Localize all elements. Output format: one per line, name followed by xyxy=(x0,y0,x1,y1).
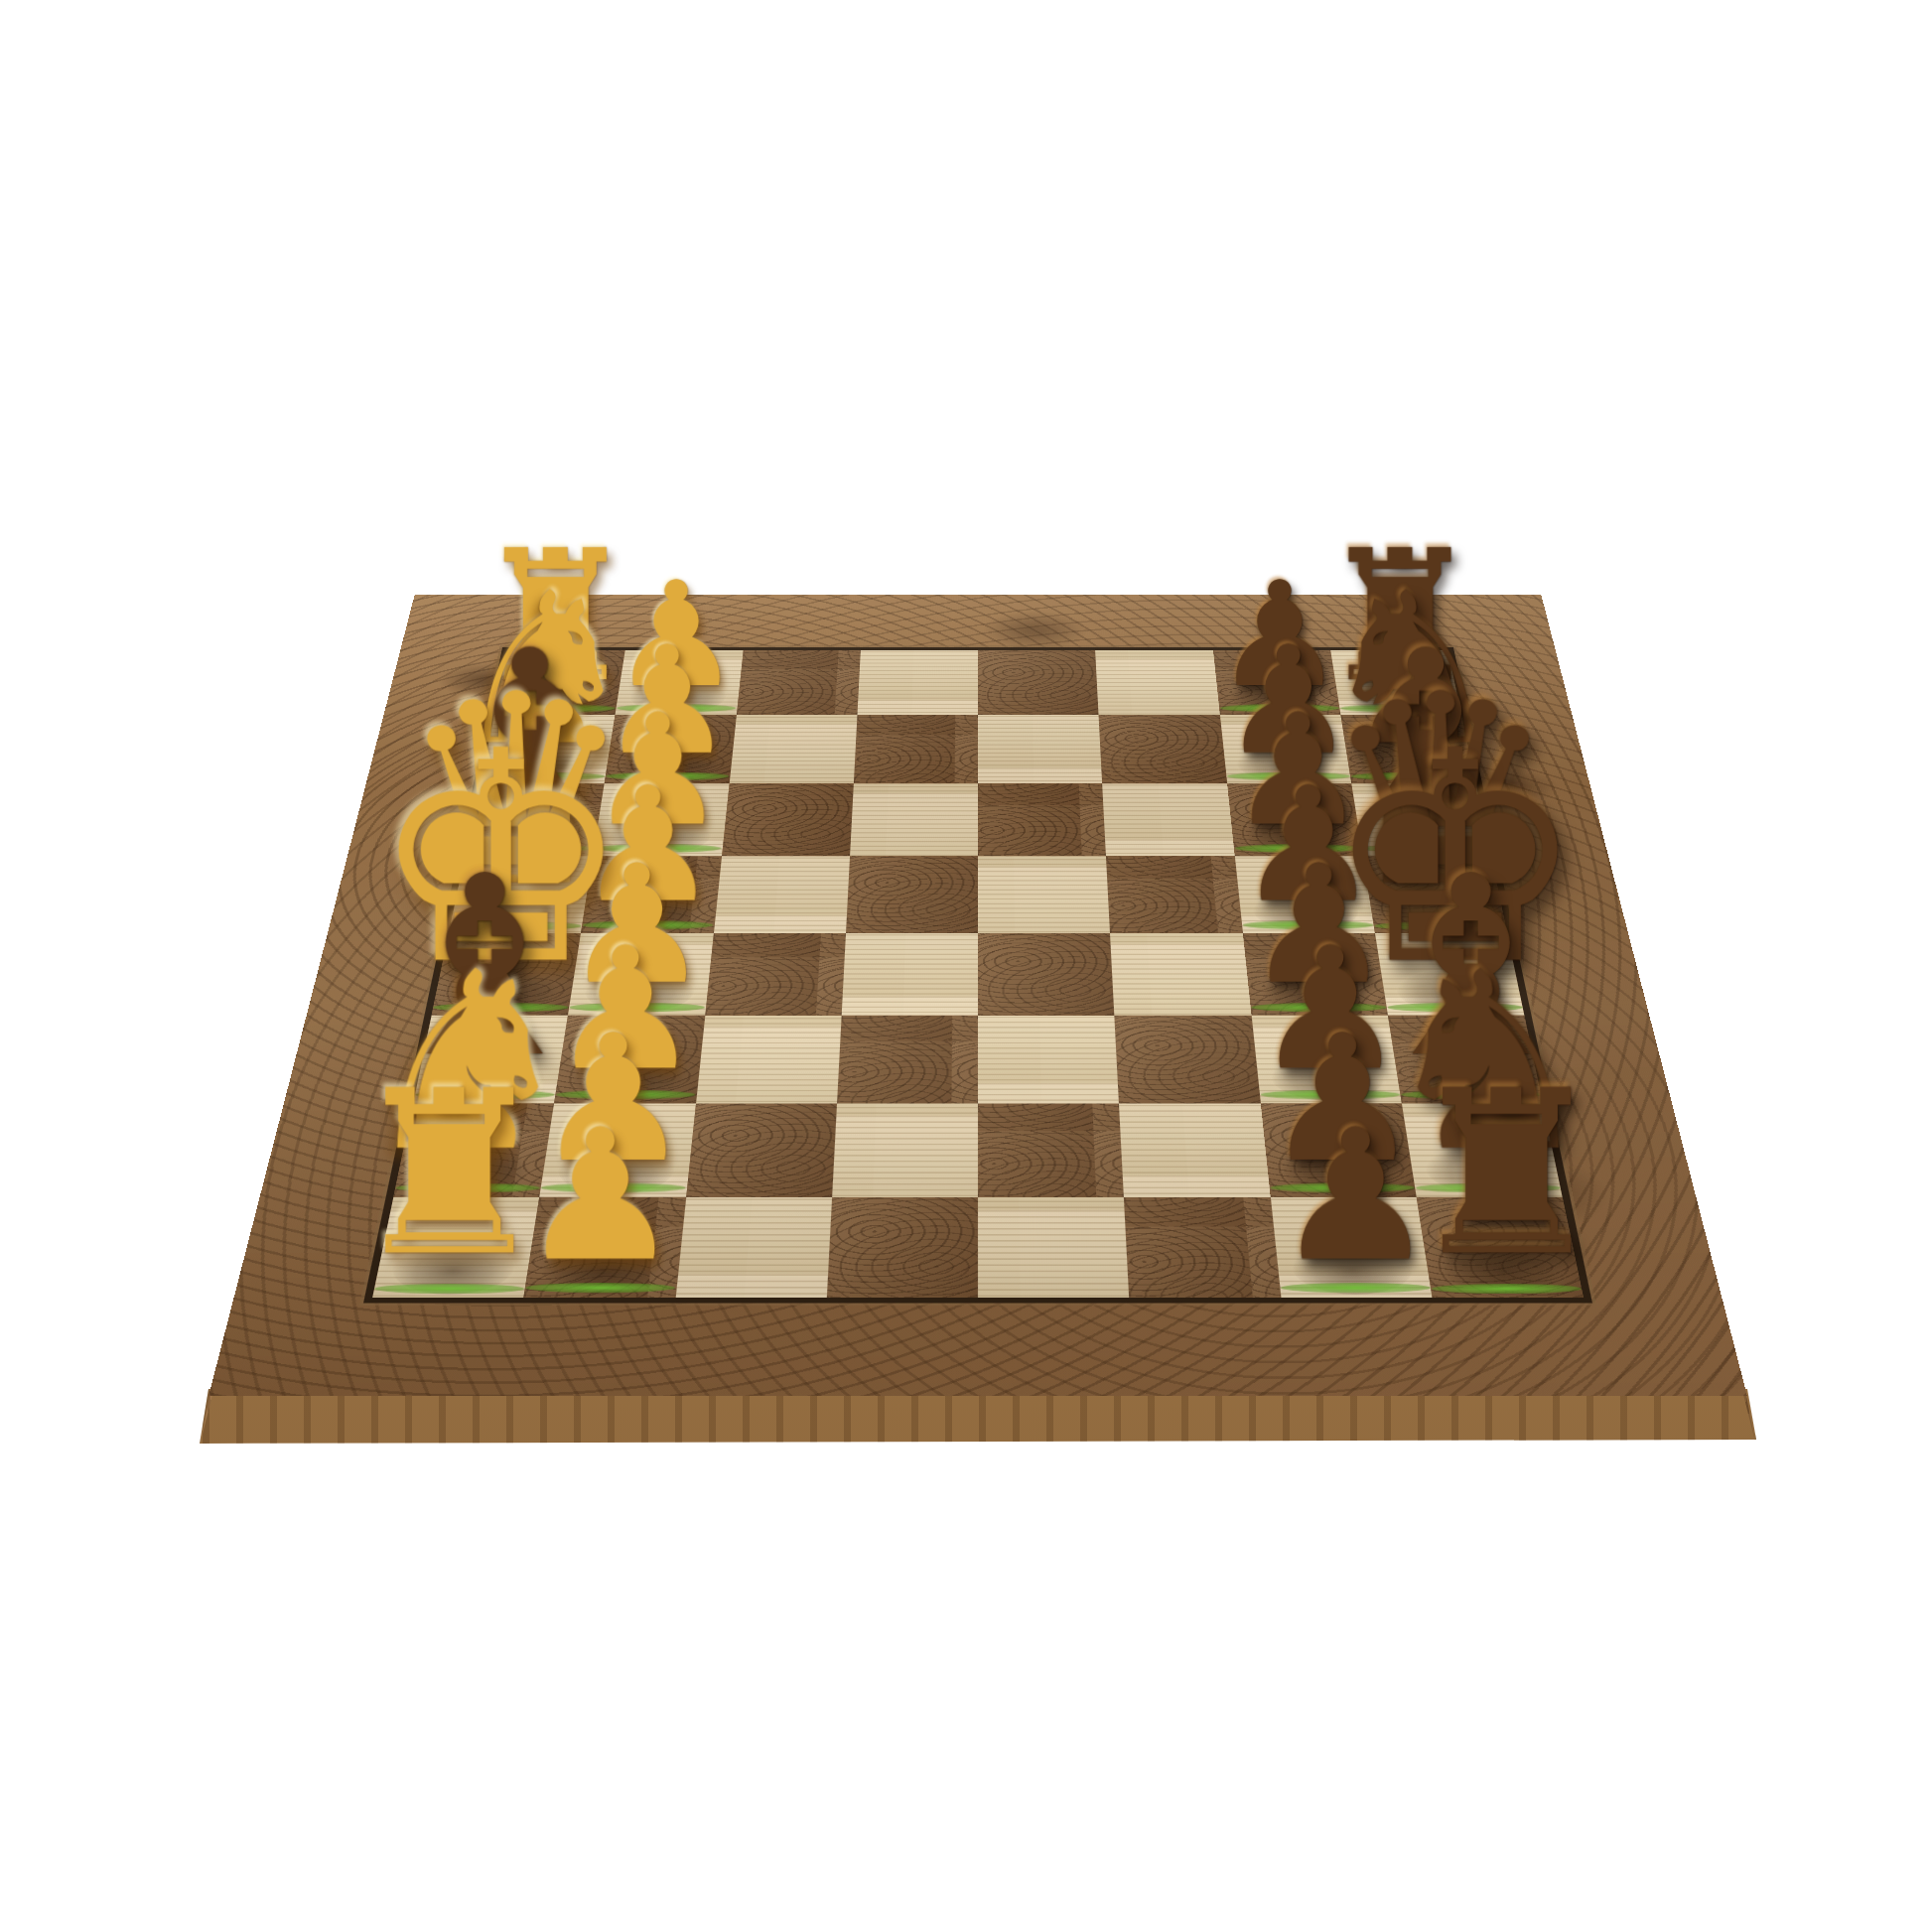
square-f5[interactable] xyxy=(978,1016,1119,1103)
square-e4[interactable] xyxy=(841,933,978,1016)
square-g4[interactable] xyxy=(832,1103,978,1197)
photo-background: ♜♟♟♜♞♟♟♞♝♟♟♝♛♟♟♛♚♟♟♚♝♟♟♝♞♟♟♞♜♟♟♜ xyxy=(0,0,1932,1932)
black-rook-h8[interactable]: ♜ xyxy=(1336,1055,1677,1294)
square-d5[interactable] xyxy=(978,856,1110,933)
square-f4[interactable] xyxy=(837,1016,978,1103)
square-h5[interactable] xyxy=(978,1197,1129,1298)
square-h4[interactable] xyxy=(827,1197,978,1298)
white-rook-h1[interactable]: ♜ xyxy=(279,1055,620,1294)
square-d4[interactable] xyxy=(846,856,978,933)
green-felt-base xyxy=(374,1284,524,1294)
square-b4[interactable] xyxy=(854,715,978,783)
square-h8[interactable]: ♜ xyxy=(1416,1197,1583,1298)
square-b5[interactable] xyxy=(978,715,1102,783)
square-c4[interactable] xyxy=(850,783,978,856)
square-a4[interactable] xyxy=(857,650,978,715)
chess-board: ♜♟♟♜♞♟♟♞♝♟♟♝♛♟♟♛♚♟♟♚♝♟♟♝♞♟♟♞♜♟♟♜ xyxy=(208,595,1747,1397)
square-h1[interactable]: ♜ xyxy=(372,1197,539,1298)
square-a5[interactable] xyxy=(978,650,1099,715)
white-rook-icon: ♜ xyxy=(279,1055,620,1292)
playing-field: ♜♟♟♜♞♟♟♞♝♟♟♝♛♟♟♛♚♟♟♚♝♟♟♝♞♟♟♞♜♟♟♜ xyxy=(363,647,1592,1304)
green-felt-base xyxy=(1432,1284,1582,1294)
square-c5[interactable] xyxy=(978,783,1106,856)
square-g5[interactable] xyxy=(978,1103,1124,1197)
square-e5[interactable] xyxy=(978,933,1115,1016)
black-rook-icon: ♜ xyxy=(1336,1055,1677,1292)
